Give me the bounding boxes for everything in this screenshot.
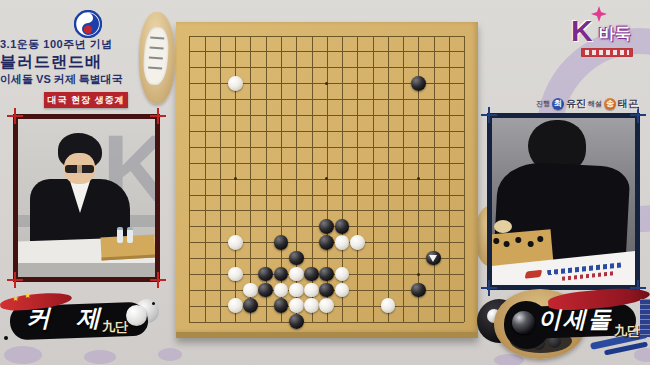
stone-dot	[527, 241, 534, 248]
player-name-right: 이세돌	[538, 304, 613, 335]
stone-black-H5	[289, 251, 304, 266]
stone-black-G6	[274, 235, 289, 250]
stone-black-H1	[289, 314, 304, 329]
stone-black-Q3	[411, 283, 426, 298]
grid-line-h	[189, 195, 464, 196]
stone-black-K7	[319, 219, 334, 234]
stone-bowl	[494, 220, 512, 233]
stone-white-K2	[319, 298, 334, 313]
ink-splatter	[4, 336, 8, 340]
grid-line-h	[189, 322, 464, 323]
grid-line-h	[189, 210, 464, 211]
stone-white-J2	[304, 298, 319, 313]
stone-white-L6	[335, 235, 350, 250]
left-panel-scene: K	[18, 119, 155, 277]
table-front	[18, 263, 155, 277]
floor-blob-decor	[158, 348, 182, 361]
grid-line-v	[449, 36, 450, 322]
stone-white-H4	[289, 267, 304, 282]
blue-pattern-chip	[640, 299, 650, 337]
player-rank-left: 九단	[102, 318, 128, 336]
water-bottle	[127, 227, 133, 243]
star-point	[417, 177, 420, 180]
flag-star-icon: ★	[24, 292, 31, 300]
stone-white-J3	[304, 283, 319, 298]
star-point	[325, 177, 328, 180]
event-logo	[74, 10, 102, 38]
last-move-marker	[429, 255, 437, 262]
grid-line-v	[388, 36, 389, 322]
grid-line-v	[373, 36, 374, 322]
caption-name: 태곤	[618, 97, 638, 111]
stone-dot	[537, 236, 544, 243]
stone-black-Q16	[411, 76, 426, 91]
stone-white-D6	[228, 235, 243, 250]
live-banner: 대국 현장 생중계	[44, 92, 128, 108]
stone-black-G4	[274, 267, 289, 282]
stone-black-F3	[258, 283, 273, 298]
caption-role: 진행	[536, 99, 550, 109]
star-point	[325, 82, 328, 85]
stone-white-L4	[335, 267, 350, 282]
stone-black-L7	[335, 219, 350, 234]
stone-black-K4	[319, 267, 334, 282]
stone-white-H2	[289, 298, 304, 313]
water-bottle	[117, 227, 123, 243]
caption-name: 유진	[566, 97, 586, 111]
stone-dot	[503, 241, 510, 248]
star-point	[234, 177, 237, 180]
grid-line-v	[357, 36, 358, 322]
stone-black-J4	[304, 267, 319, 282]
stone-white-E3	[243, 283, 258, 298]
grid-line-v	[434, 36, 435, 322]
nameplate-kejie: ★ ★ 커 제 九단	[2, 292, 160, 354]
nameplate-leesedol: 이세돌 九단	[492, 291, 650, 359]
star-point	[417, 273, 420, 276]
stone-white-M6	[350, 235, 365, 250]
stone-white-L3	[335, 283, 350, 298]
stone-white-D2	[228, 298, 243, 313]
commentator-caption: 진행 최 유진 해설 송 태곤	[486, 96, 638, 111]
stone-dot	[515, 237, 522, 244]
video-panel-left-kejie: K	[13, 114, 160, 282]
event-title: 블러드랜드배	[0, 52, 160, 73]
grid-line-h	[189, 258, 464, 259]
logo-k-letter: K	[571, 14, 593, 48]
table-banner-red-mark	[525, 270, 543, 279]
logo-baduk-text: 바둑	[599, 24, 631, 45]
video-panel-right-leesedol	[487, 113, 640, 290]
stone-black-G2	[274, 298, 289, 313]
stone-black-F4	[258, 267, 273, 282]
broadcast-frame: { "game": "go", "broadcast": { "channel_…	[0, 0, 650, 365]
stone-white-O2	[381, 298, 396, 313]
stone-white-D16	[228, 76, 243, 91]
caption-badge: 송	[604, 98, 616, 110]
stone-white-G3	[274, 283, 289, 298]
event-line1: 3.1운동 100주년 기념	[0, 37, 160, 52]
go-board	[176, 22, 478, 338]
player-name-left: 커 제	[26, 302, 109, 334]
caption-role: 해설	[588, 99, 602, 109]
sparkle-icon	[591, 6, 607, 22]
player-rank-right: 九단	[614, 322, 640, 340]
black-stone-icon	[512, 311, 535, 334]
flag-star-icon: ★	[12, 295, 19, 303]
stone-black-K6	[319, 235, 334, 250]
stone-dot	[493, 238, 500, 245]
ink-splatter	[152, 302, 155, 305]
stone-white-D4	[228, 267, 243, 282]
stone-black-K3	[319, 283, 334, 298]
board-grid	[189, 36, 464, 322]
right-panel-scene	[492, 118, 635, 285]
live-badge	[581, 48, 633, 57]
caption-badge: 최	[552, 98, 564, 110]
stone-white-H3	[289, 283, 304, 298]
grid-line-v	[403, 36, 404, 322]
white-stone-icon	[126, 305, 147, 326]
grid-line-v	[464, 36, 465, 322]
player-glasses	[65, 165, 94, 173]
stone-black-R5	[426, 251, 441, 266]
channel-logo: K 바둑	[565, 8, 645, 58]
event-subtitle: 이세돌 VS 커제 특별대국	[0, 72, 160, 87]
stone-black-E2	[243, 298, 258, 313]
